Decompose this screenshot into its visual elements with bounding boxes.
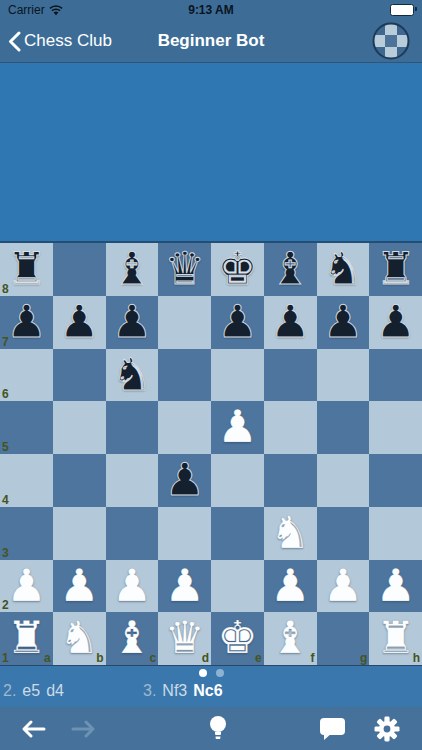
black-pawn-piece: ♟ xyxy=(264,296,317,349)
white-bishop-piece: ♝ xyxy=(264,612,317,665)
file-label-f: f xyxy=(311,652,315,664)
square-h2[interactable]: ♟ xyxy=(369,560,422,613)
white-pawn-piece: ♟ xyxy=(264,560,317,613)
bottom-toolbar xyxy=(0,707,422,750)
white-knight-piece: ♞ xyxy=(264,507,317,560)
opponent-area xyxy=(0,63,422,241)
square-f1[interactable]: ♝f xyxy=(264,612,317,665)
white-pawn-piece: ♟ xyxy=(106,560,159,613)
square-d5[interactable] xyxy=(158,401,211,454)
move-number: 3. xyxy=(143,682,156,700)
square-b6[interactable] xyxy=(53,349,106,402)
black-bishop-piece: ♝ xyxy=(106,243,159,296)
rank-label-1: 1 xyxy=(2,652,9,664)
white-pawn-piece: ♟ xyxy=(211,401,264,454)
square-g5[interactable] xyxy=(317,401,370,454)
status-bar: Carrier 9:13 AM xyxy=(0,0,422,20)
square-c7[interactable]: ♟ xyxy=(106,296,159,349)
black-pawn-piece: ♟ xyxy=(53,296,106,349)
file-label-e: e xyxy=(255,652,262,664)
square-c6[interactable]: ♞ xyxy=(106,349,159,402)
page-indicator[interactable] xyxy=(0,669,422,677)
square-g8[interactable]: ♞ xyxy=(317,243,370,296)
rank-label-3: 3 xyxy=(2,547,9,559)
move-list-bar: 2. e5 d4 3. Nf3 Nc6 xyxy=(0,665,422,707)
square-d2[interactable]: ♟ xyxy=(158,560,211,613)
white-pawn-piece: ♟ xyxy=(317,560,370,613)
square-h3[interactable] xyxy=(369,507,422,560)
page-dot-active xyxy=(199,669,207,677)
chevron-left-icon xyxy=(8,31,21,52)
move-white[interactable]: Nf3 xyxy=(162,682,187,700)
square-f7[interactable]: ♟ xyxy=(264,296,317,349)
square-a6[interactable]: 6 xyxy=(0,349,53,402)
board-theme-button[interactable] xyxy=(372,22,410,60)
square-h1[interactable]: ♜h xyxy=(369,612,422,665)
square-h8[interactable]: ♜ xyxy=(369,243,422,296)
move-black[interactable]: d4 xyxy=(46,682,64,700)
square-d7[interactable] xyxy=(158,296,211,349)
square-d3[interactable] xyxy=(158,507,211,560)
white-pawn-piece: ♟ xyxy=(369,560,422,613)
square-e4[interactable] xyxy=(211,454,264,507)
clock: 9:13 AM xyxy=(0,3,422,17)
rank-label-5: 5 xyxy=(2,441,9,453)
back-nav-button[interactable]: Chess Club xyxy=(8,31,112,52)
nav-bar: Chess Club Beginner Bot xyxy=(0,20,422,63)
square-a1[interactable]: ♜1a xyxy=(0,612,53,665)
square-h7[interactable]: ♟ xyxy=(369,296,422,349)
square-a8[interactable]: ♜8 xyxy=(0,243,53,296)
square-e6[interactable] xyxy=(211,349,264,402)
square-c1[interactable]: ♝c xyxy=(106,612,159,665)
square-h6[interactable] xyxy=(369,349,422,402)
black-pawn-piece: ♟ xyxy=(106,296,159,349)
square-c2[interactable]: ♟ xyxy=(106,560,159,613)
file-label-b: b xyxy=(96,652,103,664)
square-f6[interactable] xyxy=(264,349,317,402)
square-d1[interactable]: ♛d xyxy=(158,612,211,665)
square-a5[interactable]: 5 xyxy=(0,401,53,454)
square-e7[interactable]: ♟ xyxy=(211,296,264,349)
square-e3[interactable] xyxy=(211,507,264,560)
square-d8[interactable]: ♛ xyxy=(158,243,211,296)
square-d4[interactable]: ♟ xyxy=(158,454,211,507)
square-b1[interactable]: ♞b xyxy=(53,612,106,665)
black-knight-piece: ♞ xyxy=(317,243,370,296)
square-g1[interactable]: g xyxy=(317,612,370,665)
square-e5[interactable]: ♟ xyxy=(211,401,264,454)
rank-label-8: 8 xyxy=(2,283,9,295)
battery-icon xyxy=(390,4,414,16)
move-white[interactable]: e5 xyxy=(22,682,40,700)
lightbulb-icon xyxy=(208,715,228,742)
back-nav-label: Chess Club xyxy=(24,31,112,51)
black-king-piece: ♚ xyxy=(211,243,264,296)
chat-bubble-icon xyxy=(319,717,346,741)
square-f4[interactable] xyxy=(264,454,317,507)
square-g6[interactable] xyxy=(317,349,370,402)
square-h4[interactable] xyxy=(369,454,422,507)
square-f3[interactable]: ♞ xyxy=(264,507,317,560)
black-queen-piece: ♛ xyxy=(158,243,211,296)
black-pawn-piece: ♟ xyxy=(158,454,211,507)
black-pawn-piece: ♟ xyxy=(317,296,370,349)
move-pair[interactable]: 2. e5 d4 xyxy=(3,682,64,700)
checkered-circle-icon xyxy=(372,22,410,60)
square-b2[interactable]: ♟ xyxy=(53,560,106,613)
move-pair[interactable]: 3. Nf3 Nc6 xyxy=(143,682,223,700)
square-b8[interactable] xyxy=(53,243,106,296)
square-e1[interactable]: ♚e xyxy=(211,612,264,665)
file-label-a: a xyxy=(44,652,51,664)
black-pawn-piece: ♟ xyxy=(211,296,264,349)
square-c3[interactable] xyxy=(106,507,159,560)
white-pawn-piece: ♟ xyxy=(53,560,106,613)
undo-move-button[interactable] xyxy=(11,707,55,750)
page-dot-inactive xyxy=(216,669,224,677)
square-h5[interactable] xyxy=(369,401,422,454)
square-f8[interactable]: ♝ xyxy=(264,243,317,296)
black-pawn-piece: ♟ xyxy=(369,296,422,349)
gear-icon xyxy=(373,715,401,743)
hint-button[interactable] xyxy=(196,707,240,750)
square-f5[interactable] xyxy=(264,401,317,454)
redo-move-button[interactable] xyxy=(62,707,106,750)
square-c8[interactable]: ♝ xyxy=(106,243,159,296)
square-g3[interactable] xyxy=(317,507,370,560)
square-a2[interactable]: ♟2 xyxy=(0,560,53,613)
square-d6[interactable] xyxy=(158,349,211,402)
file-label-h: h xyxy=(413,652,420,664)
square-g2[interactable]: ♟ xyxy=(317,560,370,613)
chess-app: Carrier 9:13 AM Chess Club Beginner Bot xyxy=(0,0,422,750)
black-bishop-piece: ♝ xyxy=(264,243,317,296)
chat-button[interactable] xyxy=(310,707,354,750)
move-number: 2. xyxy=(3,682,16,700)
rank-label-4: 4 xyxy=(2,494,9,506)
square-a3[interactable]: 3 xyxy=(0,507,53,560)
square-b3[interactable] xyxy=(53,507,106,560)
move-black-current[interactable]: Nc6 xyxy=(193,682,222,700)
square-g4[interactable] xyxy=(317,454,370,507)
settings-button[interactable] xyxy=(365,707,409,750)
file-label-d: d xyxy=(202,652,209,664)
arrow-left-icon xyxy=(20,719,46,739)
square-e2[interactable] xyxy=(211,560,264,613)
rank-label-6: 6 xyxy=(2,388,9,400)
black-rook-piece: ♜ xyxy=(369,243,422,296)
square-c5[interactable] xyxy=(106,401,159,454)
black-knight-piece: ♞ xyxy=(106,349,159,402)
square-c4[interactable] xyxy=(106,454,159,507)
arrow-right-icon xyxy=(71,719,97,739)
square-b7[interactable]: ♟ xyxy=(53,296,106,349)
rank-label-2: 2 xyxy=(2,599,9,611)
square-e8[interactable]: ♚ xyxy=(211,243,264,296)
square-a4[interactable]: 4 xyxy=(0,454,53,507)
square-f2[interactable]: ♟ xyxy=(264,560,317,613)
square-b4[interactable] xyxy=(53,454,106,507)
rank-label-7: 7 xyxy=(2,336,9,348)
file-label-g: g xyxy=(360,652,367,664)
square-b5[interactable] xyxy=(53,401,106,454)
square-a7[interactable]: ♟7 xyxy=(0,296,53,349)
file-label-c: c xyxy=(150,652,157,664)
white-pawn-piece: ♟ xyxy=(158,560,211,613)
square-g7[interactable]: ♟ xyxy=(317,296,370,349)
chess-board: ♜8♝♛♚♝♞♜♟7♟♟♟♟♟♟6♞5♟4♟3♞♟2♟♟♟♟♟♟♜1a♞b♝c♛… xyxy=(0,241,422,665)
